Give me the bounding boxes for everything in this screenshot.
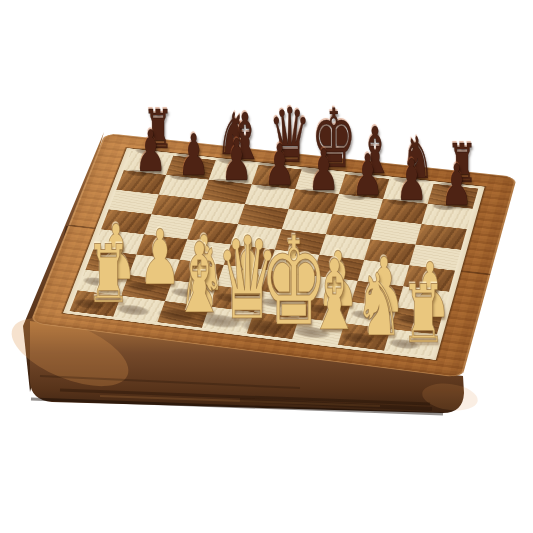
- black-pawn-glyph: ♟: [396, 152, 428, 209]
- black-pawn-glyph: ♟: [178, 127, 210, 184]
- wood-grain-streak: [60, 390, 430, 404]
- white-rook-glyph: ♜: [402, 274, 447, 354]
- side-highlight-right: [420, 380, 479, 414]
- wood-grain-streak: [100, 396, 380, 406]
- chess-set-photo: ♜♞♝♛♚♝♞♜♟♟♟♟♟♟♟♟♟♟♟♟♟♟♟♟♜♞♝♛♚♝♞♜: [0, 0, 533, 533]
- black-pawn-glyph: ♟: [441, 157, 473, 214]
- black-pawn-glyph: ♟: [135, 122, 167, 179]
- wood-grain-streak: [40, 376, 300, 388]
- black-pawn-glyph: ♟: [221, 132, 253, 189]
- black-pawn-glyph: ♟: [264, 137, 296, 194]
- black-pawn-glyph: ♟: [308, 142, 340, 199]
- wood-grain-streak: [240, 400, 432, 409]
- black-pawn-glyph: ♟: [352, 147, 384, 204]
- bottom-edge-shade: [31, 399, 443, 414]
